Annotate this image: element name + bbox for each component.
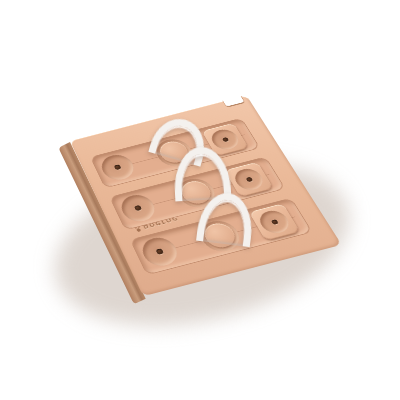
treat-hole-seat-row1 [97,152,138,183]
cover-hole-row3 [270,219,278,225]
treat-hole-seat-row2 [117,192,160,225]
treat-hole-row1 [114,164,122,170]
square-cover-row2 [225,162,274,197]
treat-hole-row2 [134,205,142,211]
cover-recess-row1 [208,127,243,152]
cover-recess-row2 [231,166,267,192]
treat-hole-row3 [156,248,164,255]
cover-recess-row3 [256,208,294,236]
square-cover-row3 [249,203,300,240]
edge-notch [222,96,245,108]
treat-hole-seat-row3 [138,234,183,269]
cover-hole-row2 [245,177,252,182]
photo-scene: DOGLOG [0,0,400,400]
cover-hole-row1 [221,137,228,142]
